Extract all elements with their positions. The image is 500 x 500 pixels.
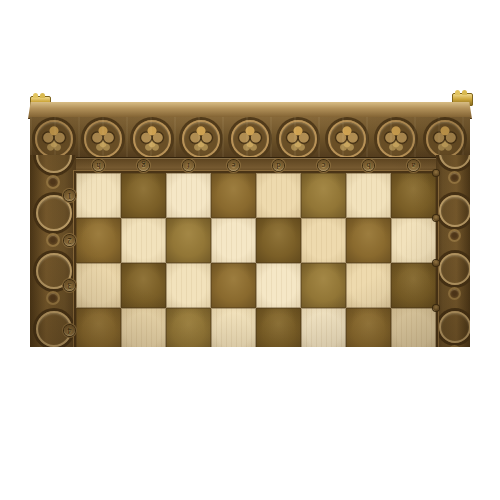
square-e3 <box>211 263 256 308</box>
square-d3 <box>256 263 301 308</box>
square-h2 <box>76 218 121 263</box>
scroll-connector <box>46 233 60 247</box>
square-g4 <box>121 308 166 347</box>
rosette-ornament <box>279 120 317 157</box>
rosette-ornament <box>133 120 171 157</box>
square-a2 <box>391 218 436 263</box>
inner-edge-dot <box>433 215 439 221</box>
rank-label-4: 4 <box>64 325 75 336</box>
rosette-ornament <box>328 120 366 157</box>
scroll-connector <box>448 287 461 300</box>
inner-edge-dot <box>433 305 439 311</box>
square-c3 <box>301 263 346 308</box>
scroll-connector <box>46 175 60 189</box>
square-b1 <box>346 173 391 218</box>
square-a1 <box>391 173 436 218</box>
square-f2 <box>166 218 211 263</box>
trefoil-medallion <box>36 155 72 173</box>
carved-chessboard-half: hgfedcba1234 <box>30 117 470 347</box>
rosette-ornament <box>426 120 464 157</box>
scroll-connector <box>448 229 461 242</box>
trefoil-medallion <box>439 195 470 227</box>
rosette-ornament <box>84 120 122 157</box>
product-photo-canvas: hgfedcba1234 <box>0 0 500 500</box>
square-g3 <box>121 263 166 308</box>
square-d1 <box>256 173 301 218</box>
square-g2 <box>121 218 166 263</box>
square-a3 <box>391 263 436 308</box>
square-c1 <box>301 173 346 218</box>
file-label-g: g <box>138 160 149 171</box>
file-label-c: c <box>318 160 329 171</box>
rosette-ornament <box>35 120 73 157</box>
rank-label-2: 2 <box>64 235 75 246</box>
square-e4 <box>211 308 256 347</box>
rank-label-1: 1 <box>64 190 75 201</box>
square-h4 <box>76 308 121 347</box>
inner-edge-dot <box>433 260 439 266</box>
file-label-a: a <box>408 160 419 171</box>
trefoil-medallion <box>439 253 470 285</box>
file-label-b: b <box>363 160 374 171</box>
rosette-ornament <box>231 120 269 157</box>
square-f4 <box>166 308 211 347</box>
scroll-connector <box>448 345 461 347</box>
chessboard-grid <box>76 173 436 347</box>
carved-border-right <box>436 155 470 347</box>
square-h1 <box>76 173 121 218</box>
square-e2 <box>211 218 256 263</box>
square-c4 <box>301 308 346 347</box>
file-label-f: f <box>183 160 194 171</box>
scroll-connector <box>46 291 60 305</box>
square-h3 <box>76 263 121 308</box>
square-d2 <box>256 218 301 263</box>
file-label-e: e <box>228 160 239 171</box>
square-b4 <box>346 308 391 347</box>
scroll-connector <box>448 171 461 184</box>
rosette-ornament <box>377 120 415 157</box>
inner-edge-dot <box>433 170 439 176</box>
square-d4 <box>256 308 301 347</box>
file-label-d: d <box>273 160 284 171</box>
square-f3 <box>166 263 211 308</box>
square-f1 <box>166 173 211 218</box>
trefoil-medallion <box>439 311 470 343</box>
carved-border-top <box>30 117 470 157</box>
square-b3 <box>346 263 391 308</box>
square-b2 <box>346 218 391 263</box>
file-label-h: h <box>93 160 104 171</box>
square-g1 <box>121 173 166 218</box>
rank-label-3: 3 <box>64 280 75 291</box>
rosette-ornament <box>182 120 220 157</box>
square-a4 <box>391 308 436 347</box>
square-c2 <box>301 218 346 263</box>
square-e1 <box>211 173 256 218</box>
carved-border-left <box>30 155 76 347</box>
trefoil-medallion <box>439 155 470 169</box>
